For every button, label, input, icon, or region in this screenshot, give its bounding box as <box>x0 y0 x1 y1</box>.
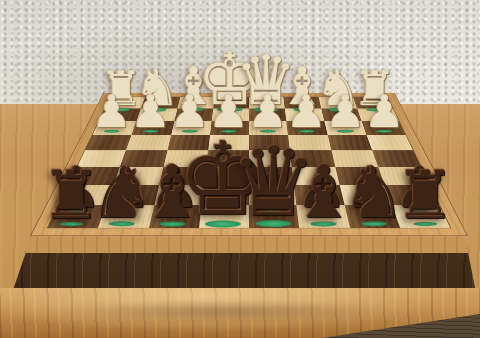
piece-white-pawn-g2[interactable]: ♟ <box>131 89 171 134</box>
piece-white-pawn-h2[interactable]: ♟ <box>92 89 132 134</box>
rook-glyph: ♜ <box>395 162 455 228</box>
pawn-glyph: ♟ <box>325 89 365 134</box>
table-grain-streak <box>60 300 390 322</box>
pawn-glyph: ♟ <box>364 89 404 134</box>
piece-white-pawn-b2[interactable]: ♟ <box>325 89 365 134</box>
pawn-glyph: ♟ <box>92 89 132 134</box>
pawn-glyph: ♟ <box>131 89 171 134</box>
piece-white-pawn-a2[interactable]: ♟ <box>364 89 404 134</box>
piece-black-rook-a8[interactable]: ♜ <box>395 162 455 228</box>
chess-photo-scene: ♜♞♝♛♚♝♞♜♟♟♟♟♟♟♟♟♟♟♟♟♟♟♟♟♜♞♝♛♚♝♞♜ <box>0 0 480 338</box>
